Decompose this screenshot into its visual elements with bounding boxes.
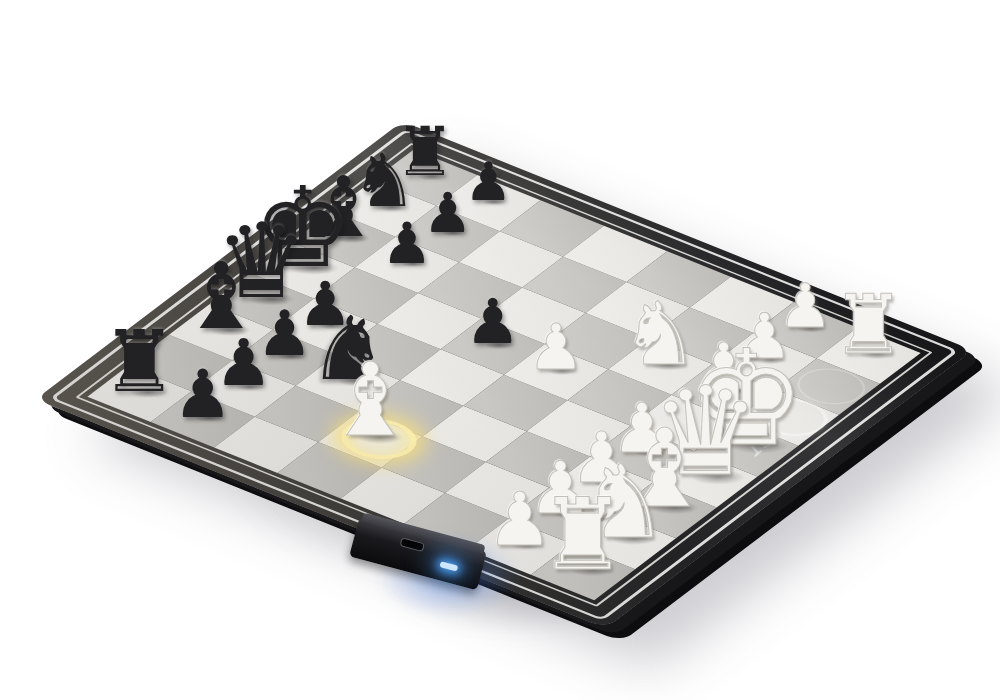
led-ring-b5 (327, 411, 431, 467)
status-led-icon (439, 561, 458, 571)
product-photo-stage: DGT ♜♞♝♛♚♜♟♟♟♟♟♟♟♟♞♝♜♝♛♚♝♞♜♞♟♟♟♟♟♟♟♟ (0, 0, 1000, 700)
usb-c-port-icon (399, 537, 425, 552)
